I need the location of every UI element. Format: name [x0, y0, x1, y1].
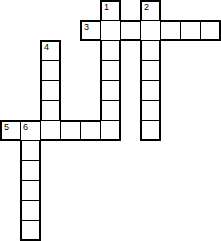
- crossword-cell[interactable]: [160, 20, 181, 41]
- crossword-cell[interactable]: [20, 180, 41, 201]
- clue-number: 3: [84, 22, 89, 32]
- crossword-cell[interactable]: [140, 60, 161, 81]
- clue-number: 1: [104, 2, 109, 12]
- crossword-cell[interactable]: [140, 20, 161, 41]
- crossword-cell[interactable]: [140, 80, 161, 101]
- crossword-cell[interactable]: [100, 20, 121, 41]
- crossword-cell[interactable]: [100, 40, 121, 61]
- clue-number: 5: [4, 122, 9, 132]
- crossword-cell[interactable]: [140, 40, 161, 61]
- crossword-cell[interactable]: [60, 120, 81, 141]
- crossword-cell[interactable]: 1: [100, 0, 121, 21]
- crossword-cell[interactable]: [100, 80, 121, 101]
- crossword-cell[interactable]: [40, 80, 61, 101]
- crossword-cell[interactable]: [100, 60, 121, 81]
- crossword-cell[interactable]: 3: [80, 20, 101, 41]
- crossword-cell[interactable]: [20, 200, 41, 221]
- crossword-grid: 123456: [0, 0, 221, 241]
- crossword-cell[interactable]: [20, 220, 41, 241]
- clue-number: 2: [144, 2, 149, 12]
- crossword-cell[interactable]: [180, 20, 201, 41]
- crossword-cell[interactable]: [100, 100, 121, 121]
- crossword-cell[interactable]: [40, 120, 61, 141]
- crossword-cell[interactable]: [20, 160, 41, 181]
- crossword-cell[interactable]: [140, 120, 161, 141]
- crossword-cell[interactable]: 6: [20, 120, 41, 141]
- crossword-cell[interactable]: [120, 20, 141, 41]
- crossword-cell[interactable]: [40, 100, 61, 121]
- crossword-cell[interactable]: [200, 20, 221, 41]
- crossword-cell[interactable]: [100, 120, 121, 141]
- crossword-cell[interactable]: 5: [0, 120, 21, 141]
- clue-number: 6: [23, 122, 28, 132]
- crossword-cell[interactable]: [40, 60, 61, 81]
- crossword-cell[interactable]: 2: [140, 0, 161, 21]
- crossword-cell[interactable]: 4: [40, 40, 61, 61]
- crossword-cell[interactable]: [20, 140, 41, 161]
- crossword-cell[interactable]: [80, 120, 101, 141]
- crossword-cell[interactable]: [140, 100, 161, 121]
- clue-number: 4: [44, 42, 49, 52]
